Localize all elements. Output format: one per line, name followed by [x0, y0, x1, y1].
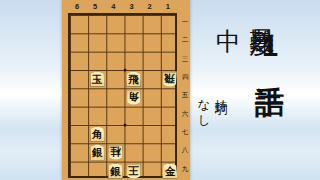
piece-glyph: 金 [165, 167, 176, 178]
rank-label-4: 四 [180, 68, 190, 86]
rank-label-9: 九 [180, 160, 190, 178]
shogi-piece-sente-1九: 金 [162, 163, 177, 179]
hoshi-star-point [123, 68, 126, 71]
shogi-piece-sente-5四: 玉 [90, 71, 105, 87]
shogi-piece-sente-3四: 飛 [126, 71, 141, 87]
rank-label-5: 五 [180, 86, 190, 104]
shogi-piece-sente-4九: 銀 [108, 163, 123, 179]
board-grid: 玉飛飛角角桂銀王銀金 [68, 13, 177, 178]
piece-glyph: 銀 [110, 167, 121, 178]
hand-value: なし [197, 90, 211, 123]
difficulty-label: 難易度 [248, 8, 276, 11]
rank-label-1: 一 [180, 13, 190, 31]
shogi-board: 654321 一二三四五六七八九 玉飛飛角角桂銀王銀金 [62, 0, 190, 180]
rank-label-7: 七 [180, 123, 190, 141]
shogi-piece-gote-3五: 角 [126, 89, 141, 105]
rank-label-6: 六 [180, 105, 190, 123]
file-label-1: 1 [159, 1, 177, 12]
piece-glyph: 角 [128, 91, 139, 102]
piece-glyph: 玉 [92, 75, 103, 86]
move-count-text: 1手詰 [250, 30, 290, 65]
piece-glyph: 桂 [110, 146, 121, 157]
piece-glyph: 飛 [128, 75, 139, 86]
rank-label-3: 三 [180, 50, 190, 68]
shogi-piece-gote-4八: 桂 [108, 144, 123, 160]
shogi-piece-gote-1四: 飛 [162, 71, 177, 87]
file-label-6: 6 [68, 1, 86, 12]
rank-label-2: 二 [180, 31, 190, 49]
piece-glyph: 飛 [165, 73, 176, 84]
shogi-piece-sente-5七: 角 [90, 126, 105, 142]
file-label-2: 2 [141, 1, 159, 12]
tsume-shogi-thumbnail: 654321 一二三四五六七八九 玉飛飛角角桂銀王銀金 持駒なし 難易度中 1手… [0, 0, 320, 180]
hand-label: 持駒 [214, 90, 228, 94]
rank-label-8: 八 [180, 141, 190, 159]
file-label-5: 5 [86, 1, 104, 12]
hoshi-star-point [123, 123, 126, 126]
difficulty-value: 中 [215, 8, 243, 9]
file-label-4: 4 [104, 1, 122, 12]
pieces-in-hand-text: 持駒なし [195, 90, 229, 123]
shogi-piece-gote-3九: 王 [126, 163, 141, 179]
piece-glyph: 王 [128, 164, 139, 175]
piece-glyph: 角 [92, 130, 103, 141]
piece-glyph: 銀 [92, 148, 103, 159]
shogi-piece-sente-5八: 銀 [90, 144, 105, 160]
file-label-3: 3 [123, 1, 141, 12]
